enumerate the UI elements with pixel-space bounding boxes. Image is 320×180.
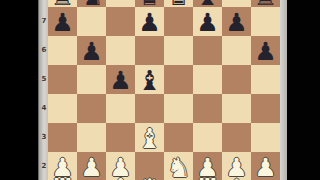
chess-app-screen: 87654321 ♜♞♛♚♝♜♟♟♟♟♟♟♟♝♝♟♟♟♞♟♟♟♜♝♛♜♚ bbox=[0, 0, 320, 180]
square-h5[interactable] bbox=[251, 65, 280, 94]
square-h8[interactable]: ♜ bbox=[251, 0, 280, 7]
square-g5[interactable] bbox=[222, 65, 251, 94]
square-a4[interactable] bbox=[48, 94, 77, 123]
square-c4[interactable] bbox=[106, 94, 135, 123]
white-pawn-h2[interactable]: ♟ bbox=[254, 153, 276, 180]
square-c7[interactable] bbox=[106, 7, 135, 36]
square-e6[interactable] bbox=[164, 36, 193, 65]
square-f6[interactable] bbox=[193, 36, 222, 65]
square-c8[interactable] bbox=[106, 0, 135, 7]
square-b3[interactable] bbox=[77, 123, 106, 152]
square-d8[interactable]: ♛ bbox=[135, 0, 164, 7]
square-h6[interactable]: ♟ bbox=[251, 36, 280, 65]
square-c5[interactable]: ♟ bbox=[106, 65, 135, 94]
square-a8[interactable]: ♜ bbox=[48, 0, 77, 7]
square-e7[interactable] bbox=[164, 7, 193, 36]
square-h7[interactable] bbox=[251, 7, 280, 36]
white-bishop-c1[interactable]: ♝ bbox=[108, 174, 132, 180]
square-a6[interactable] bbox=[48, 36, 77, 65]
black-pawn-g7[interactable]: ♟ bbox=[225, 8, 247, 37]
square-f8[interactable]: ♝ bbox=[193, 0, 222, 7]
black-pawn-a7[interactable]: ♟ bbox=[51, 8, 73, 37]
square-b7[interactable] bbox=[77, 7, 106, 36]
square-f5[interactable] bbox=[193, 65, 222, 94]
square-b8[interactable]: ♞ bbox=[77, 0, 106, 7]
white-king-g1[interactable]: ♚ bbox=[224, 174, 248, 180]
white-pawn-b2[interactable]: ♟ bbox=[80, 153, 102, 180]
square-f4[interactable] bbox=[193, 94, 222, 123]
black-pawn-c5[interactable]: ♟ bbox=[109, 66, 131, 95]
square-a5[interactable] bbox=[48, 65, 77, 94]
square-d5[interactable]: ♝ bbox=[135, 65, 164, 94]
square-e8[interactable]: ♚ bbox=[164, 0, 193, 7]
black-knight-b8[interactable]: ♞ bbox=[79, 0, 103, 10]
square-e2[interactable]: ♞ bbox=[164, 152, 193, 180]
square-d4[interactable] bbox=[135, 94, 164, 123]
square-g6[interactable] bbox=[222, 36, 251, 65]
square-h2[interactable]: ♟ bbox=[251, 152, 280, 180]
black-pawn-f7[interactable]: ♟ bbox=[196, 8, 218, 37]
rank-coordinate-gutter: 87654321 bbox=[38, 0, 48, 180]
white-bishop-d3[interactable]: ♝ bbox=[137, 124, 161, 153]
black-rook-h8[interactable]: ♜ bbox=[253, 0, 277, 10]
square-h3[interactable] bbox=[251, 123, 280, 152]
square-b5[interactable] bbox=[77, 65, 106, 94]
square-b6[interactable]: ♟ bbox=[77, 36, 106, 65]
board-right-border bbox=[280, 0, 287, 180]
white-rook-a1[interactable]: ♜ bbox=[50, 174, 74, 180]
square-b2[interactable]: ♟ bbox=[77, 152, 106, 180]
white-rook-f1[interactable]: ♜ bbox=[195, 174, 219, 180]
square-g7[interactable]: ♟ bbox=[222, 7, 251, 36]
square-e4[interactable] bbox=[164, 94, 193, 123]
square-c3[interactable] bbox=[106, 123, 135, 152]
square-e5[interactable] bbox=[164, 65, 193, 94]
black-pawn-h6[interactable]: ♟ bbox=[254, 37, 276, 66]
square-g3[interactable] bbox=[222, 123, 251, 152]
square-b4[interactable] bbox=[77, 94, 106, 123]
white-knight-e2[interactable]: ♞ bbox=[166, 153, 190, 180]
left-black-margin bbox=[0, 0, 38, 180]
square-a7[interactable]: ♟ bbox=[48, 7, 77, 36]
square-f7[interactable]: ♟ bbox=[193, 7, 222, 36]
black-pawn-b6[interactable]: ♟ bbox=[80, 37, 102, 66]
black-bishop-d5[interactable]: ♝ bbox=[137, 66, 161, 95]
square-f3[interactable] bbox=[193, 123, 222, 152]
square-d3[interactable]: ♝ bbox=[135, 123, 164, 152]
square-a3[interactable] bbox=[48, 123, 77, 152]
black-pawn-d7[interactable]: ♟ bbox=[138, 8, 160, 37]
square-d6[interactable] bbox=[135, 36, 164, 65]
square-h4[interactable] bbox=[251, 94, 280, 123]
black-king-e8[interactable]: ♚ bbox=[166, 0, 190, 10]
square-g4[interactable] bbox=[222, 94, 251, 123]
square-c6[interactable] bbox=[106, 36, 135, 65]
white-queen-d1[interactable]: ♛ bbox=[137, 174, 161, 180]
square-g8[interactable] bbox=[222, 0, 251, 7]
square-e3[interactable] bbox=[164, 123, 193, 152]
chess-board[interactable]: ♜♞♛♚♝♜♟♟♟♟♟♟♟♝♝♟♟♟♞♟♟♟♜♝♛♜♚ bbox=[48, 0, 280, 180]
right-black-margin bbox=[287, 0, 320, 180]
square-d7[interactable]: ♟ bbox=[135, 7, 164, 36]
